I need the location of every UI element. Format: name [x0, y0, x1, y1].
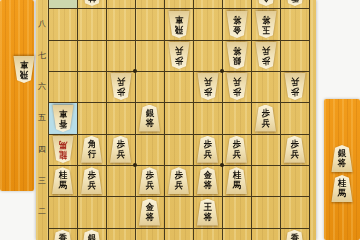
piece-face: 歩兵 [167, 167, 191, 194]
hoshi-dot [220, 69, 224, 73]
piece-face: 桂馬 [225, 167, 249, 194]
grid-vline [309, 0, 310, 240]
piece-face: 金将 [138, 199, 162, 226]
piece-face: 歩兵 [283, 136, 307, 163]
rank-label-三: 三 [36, 176, 48, 185]
piece-sente-歩兵-r2c4[interactable]: 歩兵 [167, 42, 191, 69]
sente-captured-piece-stand [0, 0, 34, 191]
grid-vline [135, 0, 136, 240]
piece-face: 香車 [51, 230, 75, 240]
grid-vline [222, 0, 223, 240]
piece-face: 飛車 [12, 56, 36, 83]
piece-sente-歩兵-r3c5[interactable]: 歩兵 [196, 73, 220, 100]
piece-face: 歩兵 [196, 136, 220, 163]
piece-face: 歩兵 [283, 73, 307, 100]
piece-face: 歩兵 [138, 167, 162, 194]
piece-gote-歩兵-r6c1[interactable]: 歩兵 [80, 167, 104, 194]
piece-face: 歩兵 [80, 167, 104, 194]
grid-vline [48, 0, 49, 240]
piece-face: 桂馬 [330, 175, 354, 202]
piece-face: 銀将 [330, 145, 354, 172]
rank-label-七: 七 [36, 51, 48, 60]
piece-sente-飛車-r1c4[interactable]: 飛車 [167, 11, 191, 38]
piece-sente-香車-r0c8[interactable]: 香車 [283, 0, 307, 6]
piece-sente-金将-r1c6[interactable]: 金将 [225, 11, 249, 38]
piece-gote-歩兵-r5c5[interactable]: 歩兵 [196, 136, 220, 163]
piece-gote-歩兵-r5c6[interactable]: 歩兵 [225, 136, 249, 163]
piece-sente-桂馬-r0c1[interactable]: 桂馬 [80, 0, 104, 6]
hoshi-dot [133, 163, 137, 167]
piece-face: 歩兵 [167, 42, 191, 69]
piece-gote-金将-r7c3[interactable]: 金将 [138, 199, 162, 226]
piece-gote-歩兵-r6c4[interactable]: 歩兵 [167, 167, 191, 194]
piece-gote-桂馬-hand1[interactable]: 桂馬 [330, 175, 354, 202]
piece-sente-龍馬-r5c0[interactable]: 龍馬 [51, 136, 75, 163]
piece-face: 飛車 [167, 11, 191, 38]
piece-gote-香車-r8c0[interactable]: 香車 [51, 230, 75, 240]
piece-face: 角行 [80, 136, 104, 163]
piece-gote-歩兵-r5c8[interactable]: 歩兵 [283, 136, 307, 163]
piece-face: 王将 [196, 199, 220, 226]
piece-face: 歩兵 [254, 42, 278, 69]
piece-face: 金将 [225, 11, 249, 38]
piece-gote-角行-r5c1[interactable]: 角行 [80, 136, 104, 163]
grid-vline [193, 0, 194, 240]
piece-gote-桂馬-r6c0[interactable]: 桂馬 [51, 167, 75, 194]
piece-face: 香車 [283, 230, 307, 240]
piece-sente-銀将-r2c6[interactable]: 銀将 [225, 42, 249, 69]
piece-face: 歩兵 [254, 105, 278, 132]
piece-gote-銀将-r4c3[interactable]: 銀将 [138, 105, 162, 132]
grid-hline [48, 228, 310, 229]
piece-face: 銀将 [138, 105, 162, 132]
piece-sente-歩兵-r3c6[interactable]: 歩兵 [225, 73, 249, 100]
piece-gote-歩兵-r6c3[interactable]: 歩兵 [138, 167, 162, 194]
grid-hline [48, 71, 310, 72]
rank-label-四: 四 [36, 145, 48, 154]
hoshi-dot [220, 163, 224, 167]
rank-label-六: 六 [36, 82, 48, 91]
grid-vline [280, 0, 281, 240]
grid-vline [106, 0, 107, 240]
grid-hline [48, 134, 310, 135]
piece-gote-歩兵-r4c7[interactable]: 歩兵 [254, 105, 278, 132]
piece-gote-桂馬-r6c6[interactable]: 桂馬 [225, 167, 249, 194]
highlight-last-move-from [48, 0, 77, 8]
grid-hline [48, 40, 310, 41]
piece-sente-歩兵-r3c2[interactable]: 歩兵 [109, 73, 133, 100]
piece-face: 銀将 [225, 42, 249, 69]
piece-face: 桂馬 [51, 167, 75, 194]
piece-sente-歩兵-r3c8[interactable]: 歩兵 [283, 73, 307, 100]
piece-gote-香車-r8c8[interactable]: 香車 [283, 230, 307, 240]
piece-sente-金将-r0c7[interactable]: 金将 [254, 0, 278, 6]
piece-face: 香車 [51, 105, 75, 132]
piece-sente-飛車-hand0[interactable]: 飛車 [12, 56, 36, 83]
piece-gote-王将-r7c5[interactable]: 王将 [196, 199, 220, 226]
grid-vline [77, 0, 78, 240]
rank-label-五: 五 [36, 113, 48, 122]
piece-face: 歩兵 [225, 73, 249, 100]
piece-face: 金将 [254, 0, 278, 6]
piece-face: 玉将 [254, 11, 278, 38]
piece-face: 金将 [196, 167, 220, 194]
grid-vline [251, 0, 252, 240]
rank-label-二: 二 [36, 207, 48, 216]
piece-face: 歩兵 [196, 73, 220, 100]
piece-face: 龍馬 [51, 136, 75, 163]
grid-hline [48, 102, 310, 103]
piece-sente-歩兵-r2c7[interactable]: 歩兵 [254, 42, 278, 69]
piece-face: 香車 [283, 0, 307, 6]
piece-sente-玉将-r1c7[interactable]: 玉将 [254, 11, 278, 38]
grid-hline [48, 165, 310, 166]
piece-gote-銀将-r8c1[interactable]: 銀将 [80, 230, 104, 240]
piece-face: 銀将 [80, 230, 104, 240]
grid-vline [164, 0, 165, 240]
piece-face: 歩兵 [109, 73, 133, 100]
piece-face: 歩兵 [109, 136, 133, 163]
piece-gote-歩兵-r5c2[interactable]: 歩兵 [109, 136, 133, 163]
shogi-app-screen: 九八七六五四三二一桂馬金将香車飛車金将玉将歩兵銀将歩兵歩兵歩兵歩兵歩兵香車銀将歩… [0, 0, 360, 240]
hoshi-dot [133, 69, 137, 73]
piece-face: 歩兵 [225, 136, 249, 163]
grid-hline [48, 8, 310, 9]
piece-gote-金将-r6c5[interactable]: 金将 [196, 167, 220, 194]
grid-hline [48, 196, 310, 197]
piece-gote-銀将-hand0[interactable]: 銀将 [330, 145, 354, 172]
rank-label-八: 八 [36, 19, 48, 28]
piece-sente-香車-r4c0[interactable]: 香車 [51, 105, 75, 132]
piece-face: 桂馬 [80, 0, 104, 6]
